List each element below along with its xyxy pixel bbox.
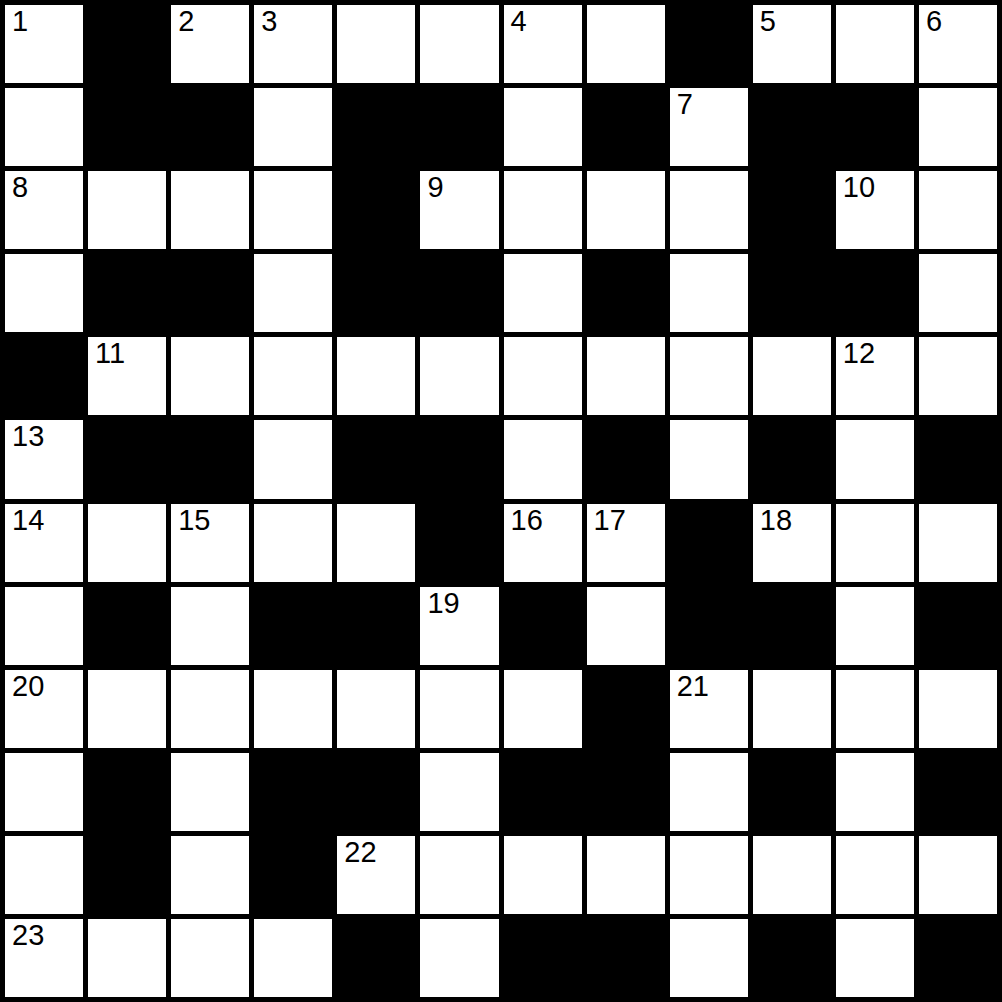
- clue-number-16: 16: [511, 505, 543, 535]
- cell-r1c12[interactable]: 6: [919, 5, 997, 83]
- cell-r4c5: [337, 254, 415, 332]
- cell-r7c11[interactable]: [836, 504, 914, 582]
- cell-r12c8: [587, 919, 665, 997]
- cell-r3c10: [753, 171, 831, 249]
- cell-r4c8: [587, 254, 665, 332]
- cell-r8c5: [337, 587, 415, 665]
- cell-r1c11[interactable]: [836, 5, 914, 83]
- cell-r4c2: [88, 254, 166, 332]
- cell-r5c1: [5, 337, 83, 415]
- cell-r2c8: [587, 88, 665, 166]
- cell-r7c3[interactable]: 15: [171, 504, 249, 582]
- clue-number-3: 3: [261, 6, 277, 36]
- cell-r12c9[interactable]: [670, 919, 748, 997]
- cell-r10c6[interactable]: [420, 753, 498, 831]
- cell-r10c7: [504, 753, 582, 831]
- cell-r8c7: [504, 587, 582, 665]
- cell-r1c6[interactable]: [420, 5, 498, 83]
- cell-r5c11[interactable]: 12: [836, 337, 914, 415]
- cell-r3c5: [337, 171, 415, 249]
- cell-r7c10[interactable]: 18: [753, 504, 831, 582]
- cell-r2c9[interactable]: 7: [670, 88, 748, 166]
- clue-number-10: 10: [843, 172, 875, 202]
- cell-r7c4[interactable]: [254, 504, 332, 582]
- cell-r6c9[interactable]: [670, 420, 748, 498]
- cell-r1c3[interactable]: 2: [171, 5, 249, 83]
- clue-number-20: 20: [12, 671, 44, 701]
- cell-r5c4[interactable]: [254, 337, 332, 415]
- cell-r2c5: [337, 88, 415, 166]
- cell-r5c10[interactable]: [753, 337, 831, 415]
- cell-r9c5[interactable]: [337, 670, 415, 748]
- cell-r1c2: [88, 5, 166, 83]
- clue-number-8: 8: [12, 172, 28, 202]
- cell-r12c12: [919, 919, 997, 997]
- cell-r3c1[interactable]: 8: [5, 171, 83, 249]
- cell-r6c3: [171, 420, 249, 498]
- cell-r3c8[interactable]: [587, 171, 665, 249]
- clue-number-22: 22: [344, 837, 376, 867]
- cell-r4c11: [836, 254, 914, 332]
- cell-r12c4[interactable]: [254, 919, 332, 997]
- cell-r6c1[interactable]: 13: [5, 420, 83, 498]
- cell-r8c3[interactable]: [171, 587, 249, 665]
- cell-r5c8[interactable]: [587, 337, 665, 415]
- cell-r10c12: [919, 753, 997, 831]
- cell-r2c6: [420, 88, 498, 166]
- clue-number-4: 4: [511, 6, 527, 36]
- cell-r12c3[interactable]: [171, 919, 249, 997]
- cell-r10c9[interactable]: [670, 753, 748, 831]
- cell-r4c1[interactable]: [5, 254, 83, 332]
- cell-r11c8[interactable]: [587, 836, 665, 914]
- clue-number-18: 18: [760, 505, 792, 535]
- cell-r5c9[interactable]: [670, 337, 748, 415]
- clue-number-14: 14: [12, 505, 44, 535]
- cell-r3c11[interactable]: 10: [836, 171, 914, 249]
- cell-r4c7[interactable]: [504, 254, 582, 332]
- cell-r7c6: [420, 504, 498, 582]
- cell-r10c2: [88, 753, 166, 831]
- cell-r2c3: [171, 88, 249, 166]
- crossword-board: 1234567891011121314151617181920212223: [0, 0, 1002, 1002]
- cell-r3c6[interactable]: 9: [420, 171, 498, 249]
- cell-r3c12[interactable]: [919, 171, 997, 249]
- cell-r1c8[interactable]: [587, 5, 665, 83]
- cell-r1c7[interactable]: 4: [504, 5, 582, 83]
- cell-r6c5: [337, 420, 415, 498]
- cell-r7c5[interactable]: [337, 504, 415, 582]
- cell-r6c4[interactable]: [254, 420, 332, 498]
- cell-r9c9[interactable]: 21: [670, 670, 748, 748]
- cell-r2c2: [88, 88, 166, 166]
- cell-r11c3[interactable]: [171, 836, 249, 914]
- cell-r5c12[interactable]: [919, 337, 997, 415]
- clue-number-19: 19: [427, 588, 459, 618]
- cell-r2c1[interactable]: [5, 88, 83, 166]
- clue-number-5: 5: [760, 6, 776, 36]
- cell-r8c6[interactable]: 19: [420, 587, 498, 665]
- cell-r11c4: [254, 836, 332, 914]
- clue-number-13: 13: [12, 421, 44, 451]
- cell-r2c11: [836, 88, 914, 166]
- cell-r4c6: [420, 254, 498, 332]
- cell-r4c10: [753, 254, 831, 332]
- cell-r6c8: [587, 420, 665, 498]
- cell-r4c9[interactable]: [670, 254, 748, 332]
- cell-r9c4[interactable]: [254, 670, 332, 748]
- cell-r8c8[interactable]: [587, 587, 665, 665]
- cell-r12c1[interactable]: 23: [5, 919, 83, 997]
- cell-r10c10: [753, 753, 831, 831]
- cell-r8c9: [670, 587, 748, 665]
- clue-number-7: 7: [677, 89, 693, 119]
- clue-number-11: 11: [95, 338, 125, 368]
- cell-r2c12[interactable]: [919, 88, 997, 166]
- cell-r6c12: [919, 420, 997, 498]
- clue-number-1: 1: [12, 6, 28, 36]
- cell-r9c10[interactable]: [753, 670, 831, 748]
- cell-r3c9[interactable]: [670, 171, 748, 249]
- cell-r1c9: [670, 5, 748, 83]
- cell-r10c3[interactable]: [171, 753, 249, 831]
- cell-r1c4[interactable]: 3: [254, 5, 332, 83]
- cell-r5c3[interactable]: [171, 337, 249, 415]
- cell-r3c4[interactable]: [254, 171, 332, 249]
- cell-r11c5[interactable]: 22: [337, 836, 415, 914]
- cell-r10c1[interactable]: [5, 753, 83, 831]
- cell-r1c1[interactable]: 1: [5, 5, 83, 83]
- cell-r11c10[interactable]: [753, 836, 831, 914]
- cell-r6c2: [88, 420, 166, 498]
- cell-r7c7[interactable]: 16: [504, 504, 582, 582]
- cell-r8c2: [88, 587, 166, 665]
- cell-r1c10[interactable]: 5: [753, 5, 831, 83]
- cell-r3c3[interactable]: [171, 171, 249, 249]
- cell-r6c11[interactable]: [836, 420, 914, 498]
- cell-r4c12[interactable]: [919, 254, 997, 332]
- cell-r9c8: [587, 670, 665, 748]
- cell-r4c3: [171, 254, 249, 332]
- cell-r12c6[interactable]: [420, 919, 498, 997]
- cell-r9c3[interactable]: [171, 670, 249, 748]
- cell-r8c11[interactable]: [836, 587, 914, 665]
- cell-r5c5[interactable]: [337, 337, 415, 415]
- cell-r9c11[interactable]: [836, 670, 914, 748]
- cell-r9c1[interactable]: 20: [5, 670, 83, 748]
- cell-r9c12[interactable]: [919, 670, 997, 748]
- cell-r6c10: [753, 420, 831, 498]
- cell-r9c7[interactable]: [504, 670, 582, 748]
- cell-r8c4: [254, 587, 332, 665]
- cell-r8c1[interactable]: [5, 587, 83, 665]
- cell-r12c11[interactable]: [836, 919, 914, 997]
- cell-r8c12: [919, 587, 997, 665]
- cell-r5c2[interactable]: 11: [88, 337, 166, 415]
- cell-r7c2[interactable]: [88, 504, 166, 582]
- clue-number-2: 2: [178, 6, 194, 36]
- cell-r10c8: [587, 753, 665, 831]
- cell-r10c4: [254, 753, 332, 831]
- cell-r12c5: [337, 919, 415, 997]
- cell-r2c7[interactable]: [504, 88, 582, 166]
- cell-r3c2[interactable]: [88, 171, 166, 249]
- cell-r8c10: [753, 587, 831, 665]
- clue-number-9: 9: [427, 172, 443, 202]
- cell-r11c12[interactable]: [919, 836, 997, 914]
- cell-r5c7[interactable]: [504, 337, 582, 415]
- cell-r3c7[interactable]: [504, 171, 582, 249]
- cell-r9c2[interactable]: [88, 670, 166, 748]
- cell-r12c2[interactable]: [88, 919, 166, 997]
- cell-r12c7: [504, 919, 582, 997]
- cell-r7c8[interactable]: 17: [587, 504, 665, 582]
- cell-r4c4[interactable]: [254, 254, 332, 332]
- cell-r11c7[interactable]: [504, 836, 582, 914]
- cell-r7c1[interactable]: 14: [5, 504, 83, 582]
- clue-number-6: 6: [926, 6, 942, 36]
- cell-r11c11[interactable]: [836, 836, 914, 914]
- cell-r1c5[interactable]: [337, 5, 415, 83]
- clue-number-23: 23: [12, 920, 44, 950]
- cell-r5c6[interactable]: [420, 337, 498, 415]
- clue-number-15: 15: [178, 505, 210, 535]
- cell-r10c5: [337, 753, 415, 831]
- cell-r10c11[interactable]: [836, 753, 914, 831]
- clue-number-17: 17: [594, 505, 626, 535]
- cell-r12c10: [753, 919, 831, 997]
- cell-r9c6[interactable]: [420, 670, 498, 748]
- cell-r7c12[interactable]: [919, 504, 997, 582]
- cell-r11c6[interactable]: [420, 836, 498, 914]
- cell-r7c9: [670, 504, 748, 582]
- clue-number-21: 21: [677, 671, 709, 701]
- cell-r11c1[interactable]: [5, 836, 83, 914]
- clue-number-12: 12: [843, 338, 875, 368]
- cell-r2c10: [753, 88, 831, 166]
- cell-r11c9[interactable]: [670, 836, 748, 914]
- cell-r6c6: [420, 420, 498, 498]
- cell-r2c4[interactable]: [254, 88, 332, 166]
- cell-r11c2: [88, 836, 166, 914]
- cell-r6c7[interactable]: [504, 420, 582, 498]
